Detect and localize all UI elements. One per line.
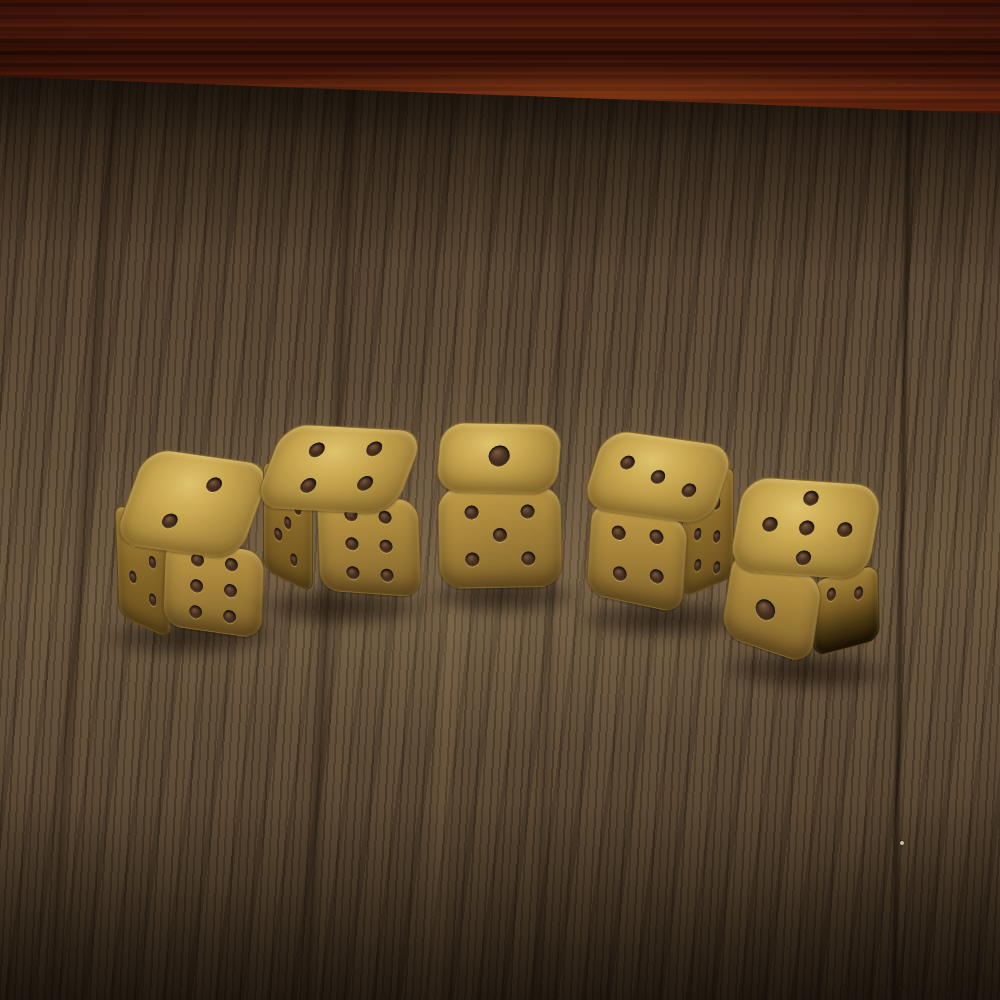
- pip: [611, 524, 626, 541]
- die-1: [109, 443, 276, 644]
- pip: [284, 515, 291, 531]
- pip: [465, 552, 479, 566]
- pip: [794, 550, 812, 566]
- pip: [836, 522, 854, 538]
- pip: [275, 527, 282, 543]
- pip: [354, 476, 375, 492]
- die-3-top-face-1: [435, 422, 563, 494]
- pip: [379, 539, 392, 553]
- die-3: [430, 418, 570, 604]
- pip: [363, 441, 384, 457]
- pip: [694, 526, 701, 541]
- pip: [204, 477, 224, 493]
- pip: [378, 510, 391, 524]
- pip: [493, 528, 507, 542]
- pip: [798, 520, 816, 536]
- pip: [464, 505, 478, 519]
- product-photo-brass-dice: [0, 0, 1000, 1000]
- pip: [149, 592, 157, 607]
- pip: [680, 482, 698, 497]
- pip: [189, 604, 202, 619]
- pip: [345, 537, 358, 551]
- pip: [298, 478, 319, 494]
- pip: [802, 490, 820, 506]
- die-1-top-face-2: [112, 447, 274, 561]
- pip: [223, 583, 236, 598]
- pip: [520, 504, 534, 518]
- pip: [649, 568, 664, 585]
- pip: [761, 517, 779, 533]
- pip: [521, 551, 535, 565]
- pip: [223, 609, 236, 624]
- pip: [649, 529, 664, 546]
- pip: [612, 565, 627, 582]
- pip: [224, 557, 237, 572]
- die-5: [718, 471, 895, 683]
- pip: [827, 587, 836, 602]
- die-3-front-face-5: [437, 485, 563, 589]
- die-5-top-face-5: [728, 476, 884, 581]
- pip: [754, 597, 776, 623]
- dice-row: [0, 0, 1000, 1000]
- pip: [694, 558, 701, 573]
- pip: [159, 512, 179, 528]
- pip: [649, 469, 667, 484]
- pip: [618, 455, 636, 470]
- pip: [149, 554, 157, 569]
- pip: [713, 560, 720, 575]
- die-4: [580, 430, 740, 626]
- pip: [290, 552, 297, 568]
- pip: [854, 586, 863, 601]
- pip: [488, 445, 511, 466]
- pip: [713, 529, 720, 544]
- pip: [306, 442, 327, 458]
- pip: [190, 579, 203, 594]
- die-2: [260, 420, 424, 616]
- pip: [346, 566, 359, 580]
- pip: [380, 568, 393, 582]
- pip: [129, 570, 137, 585]
